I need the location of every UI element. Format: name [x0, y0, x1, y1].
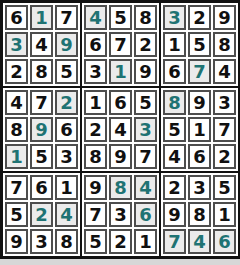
sudoku-cell-r1c4[interactable]: 4: [84, 5, 107, 30]
sudoku-cell-r2c4[interactable]: 6: [84, 32, 107, 57]
sudoku-box-4: 165243897: [82, 88, 159, 171]
sudoku-cell-r9c7[interactable]: 7: [163, 229, 186, 254]
sudoku-cell-r7c1[interactable]: 7: [5, 175, 28, 200]
sudoku-cell-r3c5[interactable]: 1: [109, 59, 132, 84]
sudoku-cell-r9c5[interactable]: 2: [109, 229, 132, 254]
sudoku-cell-r9c1[interactable]: 9: [5, 229, 28, 254]
sudoku-cell-r9c3[interactable]: 8: [55, 229, 78, 254]
sudoku-cell-r7c3[interactable]: 1: [55, 175, 78, 200]
sudoku-cell-r8c5[interactable]: 3: [109, 202, 132, 227]
sudoku-cell-r6c9[interactable]: 2: [213, 144, 236, 169]
sudoku-cell-r4c7[interactable]: 8: [163, 90, 186, 115]
sudoku-cell-r3c4[interactable]: 3: [84, 59, 107, 84]
sudoku-cell-r6c8[interactable]: 6: [188, 144, 211, 169]
sudoku-cell-r4c2[interactable]: 7: [30, 90, 53, 115]
sudoku-cell-r9c8[interactable]: 4: [188, 229, 211, 254]
sudoku-cell-r4c4[interactable]: 1: [84, 90, 107, 115]
sudoku-cell-r1c9[interactable]: 9: [213, 5, 236, 30]
sudoku-cell-r8c3[interactable]: 4: [55, 202, 78, 227]
sudoku-cell-r6c3[interactable]: 3: [55, 144, 78, 169]
sudoku-box-1: 458672319: [82, 3, 159, 86]
sudoku-cell-r6c4[interactable]: 8: [84, 144, 107, 169]
sudoku-cell-r3c6[interactable]: 9: [134, 59, 157, 84]
sudoku-box-3: 472896153: [3, 88, 80, 171]
sudoku-cell-r4c9[interactable]: 3: [213, 90, 236, 115]
sudoku-cell-r4c1[interactable]: 4: [5, 90, 28, 115]
sudoku-cell-r3c7[interactable]: 6: [163, 59, 186, 84]
sudoku-cell-r7c4[interactable]: 9: [84, 175, 107, 200]
sudoku-cell-r5c6[interactable]: 3: [134, 117, 157, 142]
sudoku-cell-r9c6[interactable]: 1: [134, 229, 157, 254]
sudoku-cell-r1c5[interactable]: 5: [109, 5, 132, 30]
sudoku-cell-r1c3[interactable]: 7: [55, 5, 78, 30]
sudoku-cell-r1c2[interactable]: 1: [30, 5, 53, 30]
sudoku-cell-r6c5[interactable]: 9: [109, 144, 132, 169]
sudoku-cell-r2c8[interactable]: 5: [188, 32, 211, 57]
sudoku-cell-r5c3[interactable]: 6: [55, 117, 78, 142]
sudoku-cell-r3c2[interactable]: 8: [30, 59, 53, 84]
sudoku-cell-r2c2[interactable]: 4: [30, 32, 53, 57]
sudoku-box-5: 893517462: [161, 88, 238, 171]
sudoku-cell-r3c8[interactable]: 7: [188, 59, 211, 84]
sudoku-cell-r8c7[interactable]: 9: [163, 202, 186, 227]
sudoku-box-7: 984736521: [82, 173, 159, 256]
sudoku-cell-r1c1[interactable]: 6: [5, 5, 28, 30]
sudoku-cell-r2c9[interactable]: 8: [213, 32, 236, 57]
sudoku-cell-r2c7[interactable]: 1: [163, 32, 186, 57]
sudoku-cell-r8c1[interactable]: 5: [5, 202, 28, 227]
sudoku-cell-r3c9[interactable]: 4: [213, 59, 236, 84]
sudoku-cell-r7c8[interactable]: 3: [188, 175, 211, 200]
sudoku-cell-r5c4[interactable]: 2: [84, 117, 107, 142]
sudoku-cell-r5c7[interactable]: 5: [163, 117, 186, 142]
sudoku-box-0: 617349285: [3, 3, 80, 86]
sudoku-cell-r7c2[interactable]: 6: [30, 175, 53, 200]
sudoku-cell-r8c6[interactable]: 6: [134, 202, 157, 227]
sudoku-cell-r8c4[interactable]: 7: [84, 202, 107, 227]
sudoku-cell-r7c9[interactable]: 5: [213, 175, 236, 200]
sudoku-cell-r5c2[interactable]: 9: [30, 117, 53, 142]
sudoku-box-6: 761524938: [3, 173, 80, 256]
sudoku-cell-r9c4[interactable]: 5: [84, 229, 107, 254]
sudoku-cell-r7c7[interactable]: 2: [163, 175, 186, 200]
sudoku-cell-r2c5[interactable]: 7: [109, 32, 132, 57]
sudoku-cell-r5c8[interactable]: 1: [188, 117, 211, 142]
sudoku-cell-r1c6[interactable]: 8: [134, 5, 157, 30]
sudoku-cell-r8c2[interactable]: 2: [30, 202, 53, 227]
sudoku-cell-r3c3[interactable]: 5: [55, 59, 78, 84]
sudoku-cell-r8c8[interactable]: 8: [188, 202, 211, 227]
sudoku-cell-r7c5[interactable]: 8: [109, 175, 132, 200]
sudoku-cell-r6c2[interactable]: 5: [30, 144, 53, 169]
sudoku-cell-r9c9[interactable]: 6: [213, 229, 236, 254]
sudoku-cell-r1c7[interactable]: 3: [163, 5, 186, 30]
sudoku-cell-r4c3[interactable]: 2: [55, 90, 78, 115]
sudoku-cell-r6c7[interactable]: 4: [163, 144, 186, 169]
sudoku-cell-r1c8[interactable]: 2: [188, 5, 211, 30]
sudoku-cell-r4c8[interactable]: 9: [188, 90, 211, 115]
sudoku-cell-r2c3[interactable]: 9: [55, 32, 78, 57]
sudoku-box-2: 329158674: [161, 3, 238, 86]
sudoku-cell-r3c1[interactable]: 2: [5, 59, 28, 84]
sudoku-cell-r2c6[interactable]: 2: [134, 32, 157, 57]
sudoku-cell-r4c5[interactable]: 6: [109, 90, 132, 115]
sudoku-cell-r5c5[interactable]: 4: [109, 117, 132, 142]
sudoku-box-8: 235981746: [161, 173, 238, 256]
sudoku-cell-r5c9[interactable]: 7: [213, 117, 236, 142]
sudoku-cell-r2c1[interactable]: 3: [5, 32, 28, 57]
sudoku-board: 6173492854586723193291586744728961531652…: [0, 0, 240, 259]
sudoku-cell-r7c6[interactable]: 4: [134, 175, 157, 200]
sudoku-cell-r6c1[interactable]: 1: [5, 144, 28, 169]
sudoku-cell-r5c1[interactable]: 8: [5, 117, 28, 142]
sudoku-cell-r4c6[interactable]: 5: [134, 90, 157, 115]
sudoku-cell-r6c6[interactable]: 7: [134, 144, 157, 169]
sudoku-cell-r8c9[interactable]: 1: [213, 202, 236, 227]
sudoku-cell-r9c2[interactable]: 3: [30, 229, 53, 254]
